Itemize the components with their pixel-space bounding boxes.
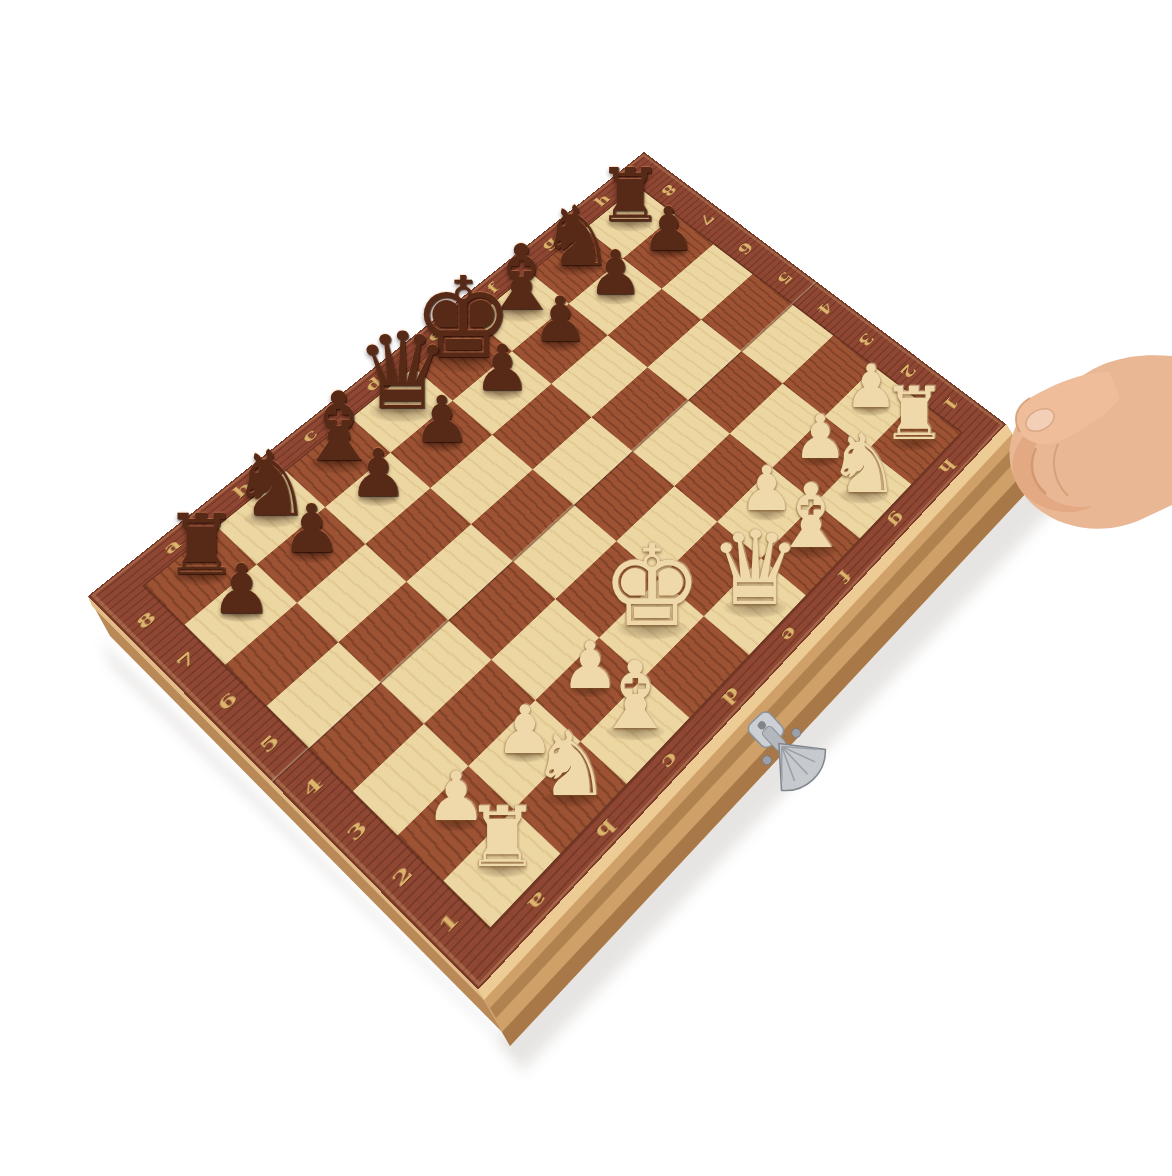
- product-photo-scene: 1122334455667788aabbccddeeffgghh ♜♞♝♛♝♞♜…: [0, 0, 1172, 1176]
- hand: [0, 0, 1172, 1176]
